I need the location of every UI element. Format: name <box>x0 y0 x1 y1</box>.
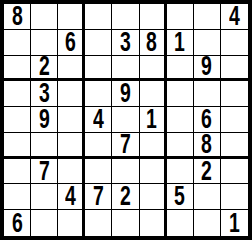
cell-r6c3[interactable] <box>58 133 85 159</box>
cell-r2c9[interactable] <box>221 30 248 56</box>
cell-r3c3[interactable] <box>58 56 85 82</box>
cell-r1c8[interactable] <box>194 4 221 30</box>
cell-r4c3[interactable] <box>58 81 85 107</box>
cell-r3c7[interactable] <box>167 56 194 82</box>
given-digit: 2 <box>39 56 50 81</box>
cell-r7c9[interactable] <box>221 159 248 185</box>
given-digit: 2 <box>120 184 131 210</box>
cell-r8c1[interactable] <box>4 184 31 210</box>
given-digit: 1 <box>229 210 240 236</box>
cell-r5c1[interactable] <box>4 107 31 133</box>
given-digit: 6 <box>201 107 212 133</box>
cell-r3c4[interactable] <box>85 56 112 82</box>
cell-r3c1[interactable] <box>4 56 31 82</box>
cell-r7c7[interactable] <box>167 159 194 185</box>
cell-r4c7[interactable] <box>167 81 194 107</box>
cell-r6c4[interactable] <box>85 133 112 159</box>
cell-r7c6[interactable] <box>140 159 167 185</box>
given-digit: 1 <box>146 107 157 133</box>
given-digit: 2 <box>201 159 212 185</box>
cell-r8c8[interactable] <box>194 184 221 210</box>
given-digit: 8 <box>201 133 212 158</box>
cell-r7c4[interactable] <box>85 159 112 185</box>
cell-r7c8: 2 <box>194 159 221 185</box>
cell-r8c2[interactable] <box>31 184 58 210</box>
cell-r8c7: 5 <box>167 184 194 210</box>
cell-r1c3[interactable] <box>58 4 85 30</box>
cell-r6c6[interactable] <box>140 133 167 159</box>
given-digit: 4 <box>229 4 240 30</box>
cell-r1c5[interactable] <box>112 4 139 30</box>
cell-r5c7[interactable] <box>167 107 194 133</box>
given-digit: 7 <box>120 133 131 158</box>
cell-r9c2[interactable] <box>31 210 58 236</box>
cell-r3c8: 9 <box>194 56 221 82</box>
cell-r1c2[interactable] <box>31 4 58 30</box>
cell-r4c1[interactable] <box>4 81 31 107</box>
cell-r8c9[interactable] <box>221 184 248 210</box>
cell-r4c2: 3 <box>31 81 58 107</box>
cell-r6c2[interactable] <box>31 133 58 159</box>
cell-r1c7[interactable] <box>167 4 194 30</box>
cell-r3c5[interactable] <box>112 56 139 82</box>
cell-r9c6[interactable] <box>140 210 167 236</box>
cell-r5c8: 6 <box>194 107 221 133</box>
cell-r8c3: 4 <box>58 184 85 210</box>
cell-r2c6: 8 <box>140 30 167 56</box>
cell-r9c9: 1 <box>221 210 248 236</box>
cell-r8c6[interactable] <box>140 184 167 210</box>
cell-r8c5: 2 <box>112 184 139 210</box>
cell-r2c1[interactable] <box>4 30 31 56</box>
cell-r4c6[interactable] <box>140 81 167 107</box>
cell-r9c8[interactable] <box>194 210 221 236</box>
cell-r6c8: 8 <box>194 133 221 159</box>
cell-r1c4[interactable] <box>85 4 112 30</box>
cell-r2c7: 1 <box>167 30 194 56</box>
cell-r9c7[interactable] <box>167 210 194 236</box>
given-digit: 8 <box>146 30 157 56</box>
cell-r7c3[interactable] <box>58 159 85 185</box>
given-digit: 4 <box>65 184 76 210</box>
cell-r9c5[interactable] <box>112 210 139 236</box>
given-digit: 8 <box>12 4 23 30</box>
cell-r2c3: 6 <box>58 30 85 56</box>
cell-r2c4[interactable] <box>85 30 112 56</box>
cell-r5c5[interactable] <box>112 107 139 133</box>
cell-r9c3[interactable] <box>58 210 85 236</box>
cell-r9c1: 6 <box>4 210 31 236</box>
cell-r4c9[interactable] <box>221 81 248 107</box>
cell-r3c6[interactable] <box>140 56 167 82</box>
given-digit: 9 <box>120 81 131 107</box>
cell-r3c9[interactable] <box>221 56 248 82</box>
cell-r5c9[interactable] <box>221 107 248 133</box>
given-digit: 3 <box>120 30 131 56</box>
cell-r6c7[interactable] <box>167 133 194 159</box>
cell-r6c5: 7 <box>112 133 139 159</box>
cell-r2c5: 3 <box>112 30 139 56</box>
cell-r1c9: 4 <box>221 4 248 30</box>
given-digit: 7 <box>39 159 50 185</box>
given-digit: 7 <box>93 184 104 210</box>
cell-r4c5: 9 <box>112 81 139 107</box>
cell-r5c3[interactable] <box>58 107 85 133</box>
cell-r7c5[interactable] <box>112 159 139 185</box>
sudoku-board: 846381293994167872472561 <box>0 0 252 240</box>
given-digit: 6 <box>65 30 76 56</box>
cell-r8c4: 7 <box>85 184 112 210</box>
sudoku-page: 846381293994167872472561 <box>0 0 252 240</box>
given-digit: 5 <box>174 184 185 210</box>
cell-r2c8[interactable] <box>194 30 221 56</box>
cell-r6c1[interactable] <box>4 133 31 159</box>
cell-r7c2: 7 <box>31 159 58 185</box>
given-digit: 1 <box>174 30 185 56</box>
given-digit: 9 <box>201 56 212 81</box>
cell-r7c1[interactable] <box>4 159 31 185</box>
cell-r4c4[interactable] <box>85 81 112 107</box>
cell-r9c4[interactable] <box>85 210 112 236</box>
cell-r3c2: 2 <box>31 56 58 82</box>
cell-r5c4: 4 <box>85 107 112 133</box>
cell-r5c6: 1 <box>140 107 167 133</box>
given-digit: 3 <box>39 81 50 107</box>
cell-r2c2[interactable] <box>31 30 58 56</box>
given-digit: 4 <box>93 107 104 133</box>
cell-r5c2: 9 <box>31 107 58 133</box>
given-digit: 6 <box>12 210 23 236</box>
given-digit: 9 <box>39 107 50 133</box>
cell-r4c8[interactable] <box>194 81 221 107</box>
cell-r6c9[interactable] <box>221 133 248 159</box>
cell-r1c1: 8 <box>4 4 31 30</box>
cell-r1c6[interactable] <box>140 4 167 30</box>
